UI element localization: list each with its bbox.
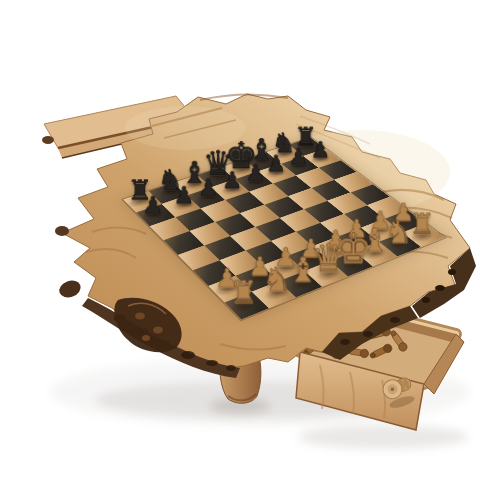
piece-glyph: ♟ [265, 153, 285, 176]
piece-glyph: ♟ [197, 176, 218, 199]
piece-glyph: ♟ [245, 162, 266, 185]
piece-glyph: ♜ [229, 277, 257, 308]
piece-glyph: ♞ [261, 263, 291, 296]
piece-glyph: ♟ [221, 169, 242, 192]
piece-glyph: ♟ [142, 193, 163, 217]
piece-glyph: ♟ [288, 146, 308, 168]
chessboard-3d-wrap: ♜♞♝♛♚♝♞♜♟♟♟♟♟♟♟♟♟♟♟♟♟♟♟♟♜♞♝♛♚♝♞♜ [164, 102, 396, 334]
piece-glyph: ♟ [310, 139, 330, 161]
chess-set-photo: ♜♞♝♛♚♝♞♜♟♟♟♟♟♟♟♟♟♟♟♟♟♟♟♟♜♞♝♛♚♝♞♜ [0, 0, 480, 480]
piece-glyph: ♟ [173, 184, 194, 208]
